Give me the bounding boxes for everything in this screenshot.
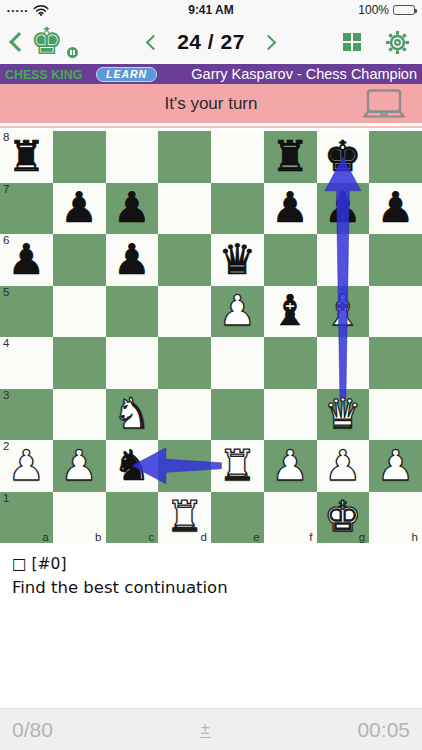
square-a8[interactable]: 8♜ [0,131,53,183]
piece-br-f8[interactable]: ♜ [264,131,317,183]
square-e5[interactable]: ♟ [211,286,264,338]
square-g1[interactable]: g♚ [317,492,370,544]
square-a4[interactable]: 4 [0,337,53,389]
square-c4[interactable] [106,337,159,389]
bottom-toolbar: 0/80 ± 00:05 [0,708,422,750]
piece-bp-b7[interactable]: ♟ [53,183,106,235]
square-g3[interactable]: ♛ [317,389,370,441]
piece-bp-f7[interactable]: ♟ [264,183,317,235]
learn-badge[interactable]: LEARN [96,67,157,82]
square-f6[interactable] [264,234,317,286]
piece-bk-g8[interactable]: ♚ [317,131,370,183]
piece-bp-g7[interactable]: ♟ [317,183,370,235]
file-label-f: f [309,531,312,543]
square-h5[interactable] [369,286,422,338]
square-h4[interactable] [369,337,422,389]
square-b2[interactable]: ♟ [53,440,106,492]
file-label-c: c [149,531,155,543]
square-f7[interactable]: ♟ [264,183,317,235]
square-g5[interactable]: ♝ [317,286,370,338]
grid-icon[interactable] [343,33,361,51]
square-h7[interactable]: ♟ [369,183,422,235]
square-b6[interactable] [53,234,106,286]
square-a7[interactable]: 7 [0,183,53,235]
prompt-bar: It's your turn [0,84,422,123]
square-f3[interactable] [264,389,317,441]
square-b7[interactable]: ♟ [53,183,106,235]
square-f8[interactable]: ♜ [264,131,317,183]
square-d1[interactable]: d♜ [158,492,211,544]
gear-icon[interactable] [385,30,410,55]
signal-dots-icon: ••••• [7,5,29,15]
square-a6[interactable]: 6♟ [0,234,53,286]
square-g4[interactable] [317,337,370,389]
square-g6[interactable] [317,234,370,286]
piece-wq-g3[interactable]: ♛ [317,389,370,441]
square-b4[interactable] [53,337,106,389]
piece-bq-e6[interactable]: ♛ [211,234,264,286]
rank-label-8: 8 [3,131,9,143]
rank-label-6: 6 [3,234,9,246]
evaluation-button[interactable]: ± [200,721,211,739]
piece-wp-g2[interactable]: ♟ [317,440,370,492]
square-h6[interactable] [369,234,422,286]
piece-bp-h7[interactable]: ♟ [369,183,422,235]
timer: 00:05 [357,718,410,742]
board-top-divider [0,123,422,131]
square-d4[interactable] [158,337,211,389]
square-a5[interactable]: 5 [0,286,53,338]
battery-percent: 100% [358,3,389,17]
battery-icon [393,5,415,15]
square-b3[interactable] [53,389,106,441]
brand-name: CHESS KING [5,67,82,82]
square-d6[interactable] [158,234,211,286]
square-h2[interactable]: ♟ [369,440,422,492]
square-f1[interactable]: f [264,492,317,544]
square-c8[interactable] [106,131,159,183]
square-e3[interactable] [211,389,264,441]
score-counter: 0/80 [12,718,53,742]
prev-puzzle-chevron-icon[interactable] [146,34,162,50]
piece-wp-b2[interactable]: ♟ [53,440,106,492]
square-h3[interactable] [369,389,422,441]
square-d7[interactable] [158,183,211,235]
square-h8[interactable] [369,131,422,183]
board-area: 8♜♜♚7♟♟♟♟♟6♟♟♛5♟♝♝43♞♛2♟♟♞♜♟♟♟1abcd♜efg♚… [0,131,422,543]
square-e4[interactable] [211,337,264,389]
puzzle-counter: 24 / 27 [177,30,245,54]
square-b1[interactable]: b [53,492,106,544]
annotation-panel: □ [#0] Find the best continuation [0,543,422,610]
square-b8[interactable] [53,131,106,183]
square-a2[interactable]: 2♟ [0,440,53,492]
square-f5[interactable]: ♝ [264,286,317,338]
square-d8[interactable] [158,131,211,183]
square-d3[interactable] [158,389,211,441]
square-c1[interactable]: c [106,492,159,544]
rank-label-2: 2 [3,440,9,452]
file-label-a: a [42,531,48,543]
rank-label-5: 5 [3,286,9,298]
piece-wp-h2[interactable]: ♟ [369,440,422,492]
square-e7[interactable] [211,183,264,235]
status-bar: ••••• 9:41 AM 100% [0,0,422,20]
file-label-e: e [253,531,259,543]
brand-bar: CHESS KING LEARN Garry Kasparov - Chess … [0,64,422,84]
square-g7[interactable]: ♟ [317,183,370,235]
square-f2[interactable]: ♟ [264,440,317,492]
annotation-task: Find the best continuation [12,576,410,601]
square-e2[interactable]: ♜ [211,440,264,492]
status-time: 9:41 AM [188,3,234,17]
piece-wr-e2[interactable]: ♜ [211,440,264,492]
square-g8[interactable]: ♚ [317,131,370,183]
piece-wb-g5[interactable]: ♝ [317,286,370,338]
nav-bar: ♚ 24 / 27 [0,20,422,64]
square-d5[interactable] [158,286,211,338]
rank-label-3: 3 [3,389,9,401]
square-a1[interactable]: 1a [0,492,53,544]
laptop-icon[interactable] [358,89,410,119]
file-label-b: b [95,531,101,543]
chess-board[interactable]: 8♜♜♚7♟♟♟♟♟6♟♟♛5♟♝♝43♞♛2♟♟♞♜♟♟♟1abcd♜efg♚… [0,131,422,543]
annotation-tag: □ [#0] [12,552,410,576]
square-e1[interactable]: e [211,492,264,544]
square-c2[interactable]: ♞ [106,440,159,492]
square-e8[interactable] [211,131,264,183]
piece-bp-c7[interactable]: ♟ [106,183,159,235]
piece-wp-e5[interactable]: ♟ [211,286,264,338]
square-c5[interactable] [106,286,159,338]
course-title: Garry Kasparov - Chess Champion [191,66,417,82]
square-d2[interactable] [158,440,211,492]
piece-bb-f5[interactable]: ♝ [264,286,317,338]
app-screen: ••••• 9:41 AM 100% ♚ 24 / 27 [0,0,422,750]
square-f4[interactable] [264,337,317,389]
file-label-d: d [201,531,207,543]
square-c7[interactable]: ♟ [106,183,159,235]
file-label-g: g [359,531,365,543]
file-label-h: h [412,531,418,543]
piece-bn-c2[interactable]: ♞ [106,440,159,492]
wifi-icon [33,4,49,16]
piece-bp-c6[interactable]: ♟ [106,234,159,286]
rank-label-1: 1 [3,492,9,504]
square-h1[interactable]: h [369,492,422,544]
rank-label-4: 4 [3,337,9,349]
piece-wn-c3[interactable]: ♞ [106,389,159,441]
square-c3[interactable]: ♞ [106,389,159,441]
rank-label-7: 7 [3,183,9,195]
square-a3[interactable]: 3 [0,389,53,441]
piece-wp-f2[interactable]: ♟ [264,440,317,492]
square-c6[interactable]: ♟ [106,234,159,286]
square-e6[interactable]: ♛ [211,234,264,286]
square-b5[interactable] [53,286,106,338]
next-puzzle-chevron-icon[interactable] [261,34,277,50]
square-g2[interactable]: ♟ [317,440,370,492]
